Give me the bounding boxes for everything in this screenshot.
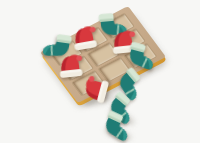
piece-red-santa-hat-r1c0[interactable] xyxy=(52,50,89,82)
photo-stage xyxy=(0,0,200,143)
